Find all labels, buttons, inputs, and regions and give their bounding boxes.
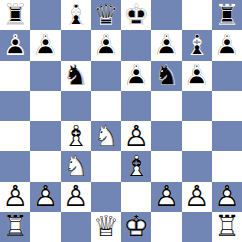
- chess-board: ♜︎♖︎♝︎♗︎♛︎♕︎♚︎♔︎♜︎♖︎♟︎♙︎♟︎♙︎♟︎♙︎♟︎♙︎♝︎♗︎…: [0, 0, 242, 242]
- square-b6[interactable]: [30, 61, 60, 91]
- white-pawn-glyph-outline: ♙︎: [214, 182, 240, 211]
- square-b2[interactable]: ♟︎♙︎: [30, 182, 60, 212]
- black-rook-piece: ♜︎♖︎: [0, 0, 30, 30]
- square-c4[interactable]: ♝︎♗︎: [61, 121, 91, 151]
- square-h4[interactable]: [212, 121, 242, 151]
- square-a1[interactable]: ♜︎♖︎: [0, 212, 30, 242]
- white-queen-piece: ♛︎♕︎: [91, 212, 121, 242]
- square-h2[interactable]: ♟︎♙︎: [212, 182, 242, 212]
- black-pawn-piece: ♟︎♙︎: [121, 61, 151, 91]
- square-f7[interactable]: ♟︎♙︎: [151, 30, 181, 60]
- square-c8[interactable]: ♝︎♗︎: [61, 0, 91, 30]
- square-a7[interactable]: ♟︎♙︎: [0, 30, 30, 60]
- square-e1[interactable]: ♚︎♔︎: [121, 212, 151, 242]
- black-rook-piece: ♜︎♖︎: [212, 0, 242, 30]
- square-a6[interactable]: [0, 61, 30, 91]
- black-rook-glyph-outline: ♖︎: [214, 1, 240, 30]
- white-pawn-glyph-outline: ♙︎: [184, 182, 210, 211]
- black-rook-glyph-outline: ♖︎: [2, 1, 28, 30]
- black-knight-glyph-outline: ♘︎: [63, 61, 89, 90]
- white-king-piece: ♚︎♔︎: [121, 212, 151, 242]
- square-b8[interactable]: [30, 0, 60, 30]
- square-f6[interactable]: ♞︎♘︎: [151, 61, 181, 91]
- square-f8[interactable]: [151, 0, 181, 30]
- white-pawn-piece: ♟︎♙︎: [182, 182, 212, 212]
- square-b7[interactable]: ♟︎♙︎: [30, 30, 60, 60]
- square-a3[interactable]: [0, 151, 30, 181]
- square-g7[interactable]: ♝︎♗︎: [182, 30, 212, 60]
- square-a8[interactable]: ♜︎♖︎: [0, 0, 30, 30]
- white-bishop-piece: ♝︎♗︎: [61, 121, 91, 151]
- white-rook-piece: ♜︎♖︎: [212, 212, 242, 242]
- white-pawn-glyph-outline: ♙︎: [32, 182, 58, 211]
- square-h5[interactable]: [212, 91, 242, 121]
- square-d5[interactable]: [91, 91, 121, 121]
- white-knight-piece: ♞︎♘︎: [91, 121, 121, 151]
- square-g8[interactable]: [182, 0, 212, 30]
- black-pawn-glyph-outline: ♙︎: [214, 31, 240, 60]
- black-pawn-glyph-outline: ♙︎: [93, 31, 119, 60]
- square-f1[interactable]: [151, 212, 181, 242]
- square-d1[interactable]: ♛︎♕︎: [91, 212, 121, 242]
- black-pawn-piece: ♟︎♙︎: [0, 30, 30, 60]
- black-king-glyph-outline: ♔︎: [123, 1, 149, 30]
- white-knight-piece: ♞︎♘︎: [61, 151, 91, 181]
- square-g2[interactable]: ♟︎♙︎: [182, 182, 212, 212]
- square-c3[interactable]: ♞︎♘︎: [61, 151, 91, 181]
- black-bishop-piece: ♝︎♗︎: [61, 0, 91, 30]
- black-pawn-piece: ♟︎♙︎: [91, 30, 121, 60]
- white-bishop-glyph-outline: ♗︎: [123, 152, 149, 181]
- square-e8[interactable]: ♚︎♔︎: [121, 0, 151, 30]
- black-bishop-piece: ♝︎♗︎: [182, 30, 212, 60]
- black-pawn-glyph-outline: ♙︎: [184, 61, 210, 90]
- white-pawn-glyph-outline: ♙︎: [2, 182, 28, 211]
- black-pawn-glyph-outline: ♙︎: [123, 61, 149, 90]
- square-d8[interactable]: ♛︎♕︎: [91, 0, 121, 30]
- square-b1[interactable]: [30, 212, 60, 242]
- black-pawn-piece: ♟︎♙︎: [182, 61, 212, 91]
- white-pawn-glyph-outline: ♙︎: [153, 182, 179, 211]
- square-f3[interactable]: [151, 151, 181, 181]
- square-e2[interactable]: [121, 182, 151, 212]
- white-pawn-piece: ♟︎♙︎: [30, 182, 60, 212]
- white-pawn-piece: ♟︎♙︎: [61, 182, 91, 212]
- square-h1[interactable]: ♜︎♖︎: [212, 212, 242, 242]
- white-rook-glyph-outline: ♖︎: [2, 212, 28, 241]
- white-bishop-piece: ♝︎♗︎: [121, 151, 151, 181]
- white-pawn-glyph-outline: ♙︎: [63, 182, 89, 211]
- square-a4[interactable]: [0, 121, 30, 151]
- black-knight-piece: ♞︎♘︎: [151, 61, 181, 91]
- white-pawn-piece: ♟︎♙︎: [212, 182, 242, 212]
- square-c6[interactable]: ♞︎♘︎: [61, 61, 91, 91]
- white-king-glyph-outline: ♔︎: [123, 212, 149, 241]
- white-pawn-piece: ♟︎♙︎: [121, 121, 151, 151]
- square-c1[interactable]: [61, 212, 91, 242]
- square-a2[interactable]: ♟︎♙︎: [0, 182, 30, 212]
- square-h8[interactable]: ♜︎♖︎: [212, 0, 242, 30]
- white-rook-glyph-outline: ♖︎: [214, 212, 240, 241]
- square-f4[interactable]: [151, 121, 181, 151]
- black-queen-piece: ♛︎♕︎: [91, 0, 121, 30]
- black-knight-glyph-outline: ♘︎: [153, 61, 179, 90]
- black-queen-glyph-outline: ♕︎: [93, 1, 119, 30]
- square-e6[interactable]: ♟︎♙︎: [121, 61, 151, 91]
- square-e7[interactable]: [121, 30, 151, 60]
- square-c7[interactable]: [61, 30, 91, 60]
- square-e3[interactable]: ♝︎♗︎: [121, 151, 151, 181]
- black-pawn-glyph-outline: ♙︎: [2, 31, 28, 60]
- square-f5[interactable]: [151, 91, 181, 121]
- square-a5[interactable]: [0, 91, 30, 121]
- square-g4[interactable]: [182, 121, 212, 151]
- black-pawn-piece: ♟︎♙︎: [151, 30, 181, 60]
- white-pawn-glyph-outline: ♙︎: [123, 122, 149, 151]
- black-pawn-glyph-outline: ♙︎: [153, 31, 179, 60]
- square-f2[interactable]: ♟︎♙︎: [151, 182, 181, 212]
- black-bishop-glyph-outline: ♗︎: [63, 1, 89, 30]
- black-pawn-piece: ♟︎♙︎: [212, 30, 242, 60]
- square-b4[interactable]: [30, 121, 60, 151]
- black-knight-piece: ♞︎♘︎: [61, 61, 91, 91]
- square-d6[interactable]: [91, 61, 121, 91]
- square-c5[interactable]: [61, 91, 91, 121]
- square-e5[interactable]: [121, 91, 151, 121]
- black-bishop-glyph-outline: ♗︎: [184, 31, 210, 60]
- white-knight-glyph-outline: ♘︎: [63, 152, 89, 181]
- square-c2[interactable]: ♟︎♙︎: [61, 182, 91, 212]
- square-d7[interactable]: ♟︎♙︎: [91, 30, 121, 60]
- white-knight-glyph-outline: ♘︎: [93, 122, 119, 151]
- black-pawn-glyph-outline: ♙︎: [32, 31, 58, 60]
- square-d3[interactable]: [91, 151, 121, 181]
- square-d4[interactable]: ♞︎♘︎: [91, 121, 121, 151]
- white-pawn-piece: ♟︎♙︎: [0, 182, 30, 212]
- square-b3[interactable]: [30, 151, 60, 181]
- square-d2[interactable]: [91, 182, 121, 212]
- white-bishop-glyph-outline: ♗︎: [63, 122, 89, 151]
- black-pawn-piece: ♟︎♙︎: [30, 30, 60, 60]
- square-h3[interactable]: [212, 151, 242, 181]
- white-pawn-piece: ♟︎♙︎: [151, 182, 181, 212]
- white-rook-piece: ♜︎♖︎: [0, 212, 30, 242]
- square-g3[interactable]: [182, 151, 212, 181]
- square-g6[interactable]: ♟︎♙︎: [182, 61, 212, 91]
- square-g1[interactable]: [182, 212, 212, 242]
- square-b5[interactable]: [30, 91, 60, 121]
- black-king-piece: ♚︎♔︎: [121, 0, 151, 30]
- square-e4[interactable]: ♟︎♙︎: [121, 121, 151, 151]
- white-queen-glyph-outline: ♕︎: [93, 212, 119, 241]
- square-h7[interactable]: ♟︎♙︎: [212, 30, 242, 60]
- square-h6[interactable]: [212, 61, 242, 91]
- square-g5[interactable]: [182, 91, 212, 121]
